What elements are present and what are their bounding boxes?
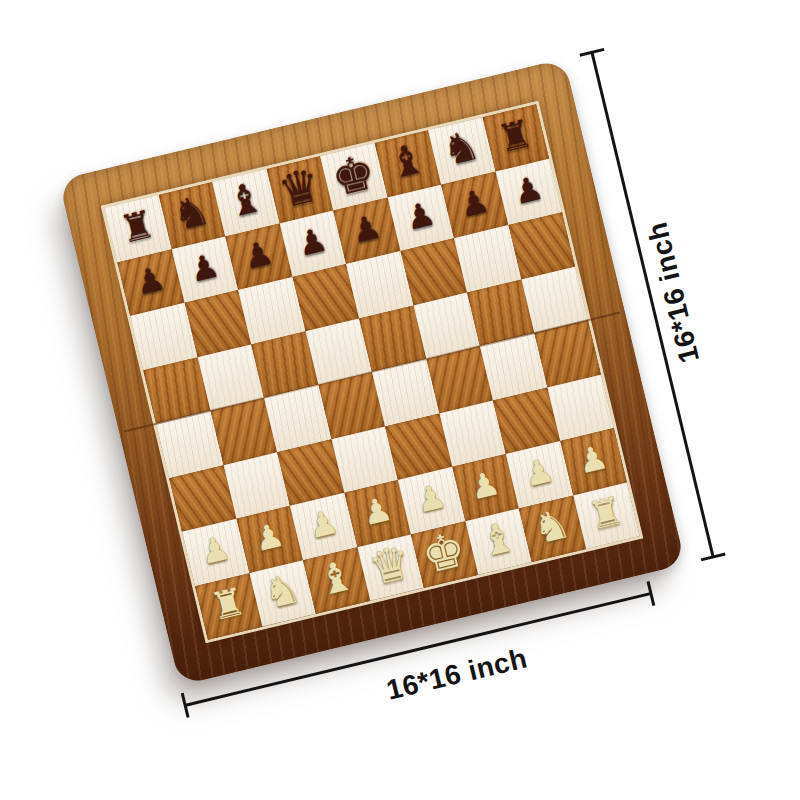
- chess-board: ♜♞♝♛♚♝♞♜♟♟♟♟♟♟♟♟♟♟♟♟♟♟♟♟♜♞♝♛♚♝♞♜: [58, 58, 685, 685]
- piece-light-pawn: ♟: [521, 453, 557, 492]
- scene-rotated-group: ♜♞♝♛♚♝♞♜♟♟♟♟♟♟♟♟♟♟♟♟♟♟♟♟♜♞♝♛♚♝♞♜ 16*16 i…: [0, 0, 800, 800]
- piece-light-king: ♚: [417, 524, 470, 581]
- piece-dark-pawn: ♟: [456, 183, 492, 222]
- piece-light-pawn: ♟: [413, 479, 449, 518]
- piece-light-pawn: ♟: [251, 518, 287, 557]
- piece-light-knight: ♞: [529, 502, 574, 550]
- piece-dark-pawn: ♟: [240, 235, 276, 274]
- piece-light-pawn: ♟: [467, 466, 503, 505]
- piece-light-queen: ♛: [364, 538, 415, 592]
- piece-light-pawn: ♟: [305, 505, 341, 544]
- piece-dark-pawn: ♟: [348, 209, 384, 248]
- piece-light-bishop: ♝: [313, 554, 358, 602]
- piece-dark-pawn: ♟: [186, 248, 222, 287]
- piece-dark-rook: ♜: [116, 204, 158, 249]
- piece-dark-knight: ♞: [438, 125, 483, 173]
- product-photo-canvas: ♜♞♝♛♚♝♞♜♟♟♟♟♟♟♟♟♟♟♟♟♟♟♟♟♜♞♝♛♚♝♞♜ 16*16 i…: [0, 0, 800, 800]
- piece-light-pawn: ♟: [197, 531, 233, 570]
- square-h1: ♜: [573, 482, 640, 549]
- piece-light-rook: ♜: [585, 491, 627, 536]
- piece-dark-bishop: ♝: [384, 138, 429, 186]
- height-dimension: 16*16 inch: [0, 0, 701, 97]
- piece-light-knight: ♞: [259, 567, 304, 615]
- piece-light-bishop: ♝: [475, 515, 520, 563]
- piece-dark-pawn: ♟: [294, 222, 330, 261]
- piece-dark-pawn: ♟: [402, 196, 438, 235]
- piece-light-pawn: ♟: [575, 440, 611, 479]
- piece-dark-queen: ♛: [274, 160, 325, 214]
- piece-dark-king: ♚: [327, 146, 380, 203]
- piece-light-pawn: ♟: [359, 492, 395, 531]
- piece-dark-bishop: ♝: [223, 176, 268, 224]
- piece-dark-pawn: ♟: [510, 170, 546, 209]
- piece-light-rook: ♜: [207, 582, 249, 627]
- piece-dark-knight: ♞: [169, 189, 214, 237]
- piece-dark-pawn: ♟: [132, 261, 168, 300]
- piece-dark-rook: ♜: [494, 113, 536, 158]
